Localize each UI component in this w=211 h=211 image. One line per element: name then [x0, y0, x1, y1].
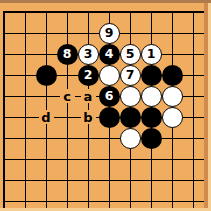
- point-label-c: c: [60, 89, 75, 103]
- grid-line-h10: [3, 201, 204, 202]
- white-stone: [120, 86, 141, 107]
- white-stone: [141, 86, 162, 107]
- black-stone: [141, 107, 162, 128]
- white-stone: [99, 65, 120, 86]
- white-stone: [120, 128, 141, 149]
- black-stone: [99, 107, 120, 128]
- go-board-diagram: 983451276 abcd: [0, 0, 211, 211]
- grid-line-v2: [25, 11, 26, 208]
- grid-line-v10: [193, 11, 194, 208]
- frame-bottom-edge: [0, 208, 208, 211]
- grid-line-v4: [67, 11, 68, 208]
- black-stone: [120, 107, 141, 128]
- black-stone-move-6: 6: [99, 86, 120, 107]
- white-stone: [162, 86, 183, 107]
- black-stone-move-2: 2: [78, 65, 99, 86]
- black-stone: [141, 128, 162, 149]
- grid-line-h1: [3, 11, 204, 13]
- white-stone-move-5: 5: [120, 44, 141, 65]
- black-stone: [162, 65, 183, 86]
- point-label-b: b: [81, 110, 96, 124]
- black-stone-move-4: 4: [99, 44, 120, 65]
- grid-line-h9: [3, 180, 204, 181]
- grid-line-h7: [3, 138, 204, 139]
- white-stone-move-3: 3: [78, 44, 99, 65]
- white-stone-move-7: 7: [120, 65, 141, 86]
- white-stone-move-9: 9: [99, 23, 120, 44]
- point-label-d: d: [39, 110, 54, 124]
- black-stone: [141, 65, 162, 86]
- white-stone: [162, 107, 183, 128]
- white-stone-move-1: 1: [141, 44, 162, 65]
- black-stone-move-8: 8: [57, 44, 78, 65]
- frame-top-edge: [0, 0, 211, 3]
- grid-line-v1: [3, 11, 5, 208]
- point-label-a: a: [81, 89, 96, 103]
- grid-line-h8: [3, 159, 204, 160]
- frame-right-edge: [208, 3, 211, 211]
- black-stone: [36, 65, 57, 86]
